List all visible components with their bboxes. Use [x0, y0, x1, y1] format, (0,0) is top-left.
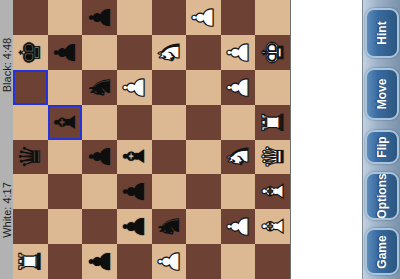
board-square[interactable]: [186, 70, 221, 105]
board-square[interactable]: [221, 0, 256, 35]
board-square[interactable]: [82, 209, 117, 244]
board-square[interactable]: ♝: [255, 174, 290, 209]
board-square[interactable]: ♟: [186, 0, 221, 35]
board-square[interactable]: [152, 174, 187, 209]
white-king-piece: ♚: [258, 39, 287, 65]
board-square[interactable]: [13, 174, 48, 209]
board-square[interactable]: ♟: [221, 35, 256, 70]
board-square[interactable]: ♟: [152, 244, 187, 279]
board-square[interactable]: ♛: [13, 140, 48, 175]
black-bishop-piece: ♝: [50, 109, 79, 135]
black-clock: Black: 4:48: [0, 10, 14, 120]
white-bishop-piece: ♝: [258, 214, 287, 240]
board-square[interactable]: [48, 140, 83, 175]
board-square[interactable]: ♚: [255, 35, 290, 70]
board-square[interactable]: [255, 244, 290, 279]
board-square[interactable]: ♟: [82, 0, 117, 35]
game-button[interactable]: Game: [365, 228, 399, 275]
board-square[interactable]: [82, 174, 117, 209]
white-rook-piece: ♜: [258, 109, 287, 135]
board-square[interactable]: [13, 209, 48, 244]
board-square[interactable]: ♛: [255, 140, 290, 175]
board-square[interactable]: [186, 105, 221, 140]
white-queen-piece: ♛: [258, 144, 287, 170]
black-pawn-piece: ♟: [120, 179, 149, 205]
board-square[interactable]: [186, 244, 221, 279]
board-square[interactable]: [152, 140, 187, 175]
board-square[interactable]: ♟: [221, 70, 256, 105]
white-rook-piece: ♜: [16, 249, 45, 275]
board-square[interactable]: ♟: [117, 209, 152, 244]
chess-app-screen: Black: 4:48 White: 4:17 ♟♟♚♟♞♟♚♞♟♟♝♜♛♟♝♞…: [0, 0, 400, 279]
board-square[interactable]: [48, 0, 83, 35]
board-square[interactable]: ♞: [152, 35, 187, 70]
black-king-piece: ♚: [16, 39, 45, 65]
white-knight-piece: ♞: [224, 144, 253, 170]
black-pawn-piece: ♟: [85, 144, 114, 170]
white-knight-piece: ♞: [154, 39, 183, 65]
white-pawn-piece: ♟: [154, 249, 183, 275]
black-knight-piece: ♞: [85, 74, 114, 100]
board-square[interactable]: ♚: [13, 35, 48, 70]
board-square[interactable]: [221, 244, 256, 279]
board-square[interactable]: [117, 244, 152, 279]
black-pawn-piece: ♟: [120, 214, 149, 240]
board-square[interactable]: [13, 105, 48, 140]
white-pawn-piece: ♟: [224, 214, 253, 240]
black-pawn-piece: ♟: [50, 39, 79, 65]
white-pawn-piece: ♟: [189, 4, 218, 30]
black-knight-piece: ♞: [154, 214, 183, 240]
board-square[interactable]: [13, 70, 48, 105]
board-square[interactable]: ♝: [117, 140, 152, 175]
board-square[interactable]: ♟: [82, 244, 117, 279]
board-square[interactable]: ♝: [255, 209, 290, 244]
board-square[interactable]: ♞: [82, 70, 117, 105]
white-clock: White: 4:17: [0, 155, 14, 265]
board-square[interactable]: [48, 209, 83, 244]
board-square[interactable]: ♟: [48, 35, 83, 70]
move-list-panel[interactable]: 8 +0.1 Be7 Nxf6+ Bxf6 Ne4 Bd4 Bf4 Qh4 Bx…: [290, 0, 362, 279]
hint-button[interactable]: Hint: [365, 8, 399, 58]
board-square[interactable]: [117, 0, 152, 35]
clock-strip: Black: 4:48 White: 4:17: [0, 0, 13, 279]
board-square[interactable]: [221, 105, 256, 140]
flip-button[interactable]: Flip: [365, 130, 399, 164]
white-pawn-piece: ♟: [224, 39, 253, 65]
white-pawn-piece: ♟: [224, 74, 253, 100]
move-button[interactable]: Move: [365, 68, 399, 120]
options-button[interactable]: Options: [365, 172, 399, 220]
board-square[interactable]: ♞: [152, 209, 187, 244]
button-bar: Hint Move Flip Options Game: [362, 0, 400, 279]
board-square[interactable]: [186, 209, 221, 244]
board-square[interactable]: [48, 70, 83, 105]
board-square[interactable]: ♟: [82, 140, 117, 175]
board-square[interactable]: ♜: [255, 105, 290, 140]
white-bishop-piece: ♝: [258, 179, 287, 205]
board-square[interactable]: [255, 70, 290, 105]
board-square[interactable]: [221, 174, 256, 209]
black-pawn-piece: ♟: [85, 249, 114, 275]
board-square[interactable]: [186, 35, 221, 70]
board-square[interactable]: [152, 0, 187, 35]
board-square[interactable]: [186, 174, 221, 209]
board-square[interactable]: [48, 244, 83, 279]
board-square[interactable]: [13, 0, 48, 35]
board-square[interactable]: [255, 0, 290, 35]
board-square[interactable]: [186, 140, 221, 175]
board-square[interactable]: ♟: [221, 209, 256, 244]
board-square[interactable]: [82, 105, 117, 140]
board-square[interactable]: [117, 35, 152, 70]
board-square[interactable]: ♞: [221, 140, 256, 175]
chess-board[interactable]: ♟♟♚♟♞♟♚♞♟♟♝♜♛♟♝♞♛♟♝♟♞♟♝♜♟♟: [13, 0, 290, 279]
white-pawn-piece: ♟: [120, 74, 149, 100]
board-square[interactable]: ♜: [13, 244, 48, 279]
board-square[interactable]: [152, 70, 187, 105]
black-queen-piece: ♛: [16, 144, 45, 170]
board-square[interactable]: [117, 105, 152, 140]
board-square[interactable]: ♝: [48, 105, 83, 140]
board-square[interactable]: ♟: [117, 70, 152, 105]
black-pawn-piece: ♟: [85, 4, 114, 30]
black-bishop-piece: ♝: [120, 144, 149, 170]
board-square[interactable]: [152, 105, 187, 140]
board-square[interactable]: [82, 35, 117, 70]
board-square[interactable]: ♟: [117, 174, 152, 209]
board-square[interactable]: [48, 174, 83, 209]
